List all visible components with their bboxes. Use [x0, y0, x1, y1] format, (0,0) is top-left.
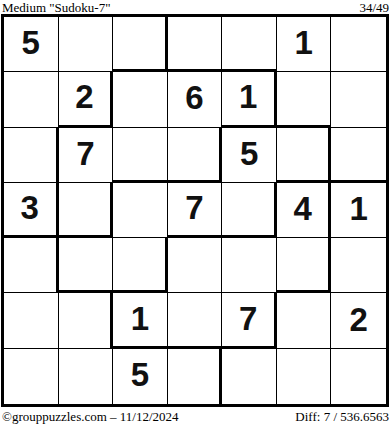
cell-r1c5[interactable] [222, 17, 277, 72]
cell-r1c7[interactable] [331, 17, 386, 72]
given-digit: 6 [185, 81, 203, 117]
cell-r5c7[interactable] [331, 238, 386, 293]
given-digit: 5 [131, 358, 149, 394]
cell-r7c7[interactable] [331, 349, 386, 404]
given-digit: 4 [293, 192, 311, 228]
cell-r3c7[interactable] [331, 128, 386, 183]
cell-r6c1[interactable] [4, 293, 59, 348]
given-digit: 7 [239, 302, 257, 338]
cell-r7c2[interactable] [59, 349, 114, 404]
cell-r4c1[interactable]: 3 [4, 183, 59, 238]
cell-r2c1[interactable] [4, 72, 59, 127]
cell-r2c5[interactable]: 1 [222, 72, 277, 127]
cell-r5c3[interactable] [113, 238, 168, 293]
cell-r2c6[interactable] [277, 72, 332, 127]
difficulty-value: Diff: 7 / 536.6563 [295, 409, 389, 425]
cell-r5c4[interactable] [168, 238, 223, 293]
cell-r7c5[interactable] [222, 349, 277, 404]
given-digit: 1 [294, 26, 312, 62]
copyright-date: ©grouppuzzles.com – 11/12/2024 [2, 409, 179, 425]
cell-r4c5[interactable] [222, 183, 277, 238]
cell-r2c2[interactable]: 2 [59, 72, 114, 127]
cell-r5c5[interactable] [222, 238, 277, 293]
cell-r1c1[interactable]: 5 [4, 17, 59, 72]
cell-r7c4[interactable] [168, 349, 223, 404]
cell-r6c5[interactable]: 7 [222, 293, 277, 348]
cell-r2c3[interactable] [113, 72, 168, 127]
cell-r2c7[interactable] [331, 72, 386, 127]
cell-r7c6[interactable] [277, 349, 332, 404]
cell-r6c2[interactable] [59, 293, 114, 348]
given-digit: 1 [131, 302, 149, 338]
cell-r6c3[interactable]: 1 [113, 293, 168, 348]
cell-r3c2[interactable]: 7 [59, 128, 114, 183]
cell-r5c2[interactable] [59, 238, 114, 293]
cell-r6c4[interactable] [168, 293, 223, 348]
cell-r6c7[interactable]: 2 [331, 293, 386, 348]
given-digit: 1 [239, 80, 257, 116]
given-digit: 2 [75, 80, 93, 116]
cell-r2c4[interactable]: 6 [168, 72, 223, 127]
given-digit: 5 [240, 137, 258, 173]
cell-r4c4[interactable]: 7 [168, 183, 223, 238]
cell-r4c3[interactable] [113, 183, 168, 238]
cell-r3c6[interactable] [277, 128, 332, 183]
cell-r4c6[interactable]: 4 [277, 183, 332, 238]
given-digit: 1 [350, 192, 368, 228]
cell-r3c4[interactable] [168, 128, 223, 183]
cell-r1c4[interactable] [168, 17, 223, 72]
cell-r3c3[interactable] [113, 128, 168, 183]
cell-r7c1[interactable] [4, 349, 59, 404]
cell-r5c6[interactable] [277, 238, 332, 293]
cell-r3c1[interactable] [4, 128, 59, 183]
cell-r4c7[interactable]: 1 [331, 183, 386, 238]
cell-r6c6[interactable] [277, 293, 332, 348]
cell-r1c6[interactable]: 1 [277, 17, 332, 72]
given-digit: 3 [21, 191, 39, 227]
sudoku-board: 512617537411725 [1, 14, 389, 407]
given-digit: 5 [22, 26, 40, 62]
given-digit: 7 [185, 191, 203, 227]
cell-r5c1[interactable] [4, 238, 59, 293]
given-digit: 2 [350, 303, 368, 339]
cell-r1c2[interactable] [59, 17, 114, 72]
cell-r3c5[interactable]: 5 [222, 128, 277, 183]
cell-r7c3[interactable]: 5 [113, 349, 168, 404]
cell-r4c2[interactable] [59, 183, 114, 238]
cell-r1c3[interactable] [113, 17, 168, 72]
given-digit: 7 [76, 137, 94, 173]
